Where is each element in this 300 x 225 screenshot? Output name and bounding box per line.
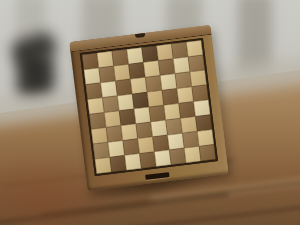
drawer-slot [145, 172, 169, 180]
chess-board-box [69, 25, 228, 191]
photo-scene [0, 0, 300, 225]
board-grid [82, 40, 216, 174]
playing-area [80, 38, 218, 176]
square-h1 [199, 144, 216, 161]
lid-notch [135, 33, 145, 38]
